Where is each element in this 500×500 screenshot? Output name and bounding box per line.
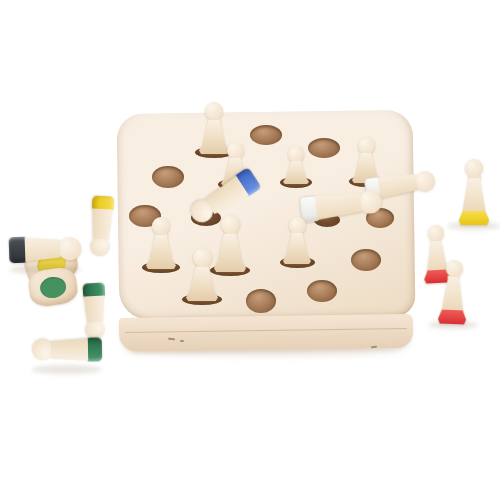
peg-shadow xyxy=(32,365,102,374)
peg-body xyxy=(315,191,363,220)
board-hole[interactable] xyxy=(351,249,381,271)
peg-body xyxy=(84,295,106,322)
memory-peg-standing-red-base[interactable] xyxy=(438,260,468,325)
memory-peg-lying-green-cap[interactable] xyxy=(83,282,108,339)
peg-body xyxy=(438,277,468,325)
peg-colored-base xyxy=(438,309,466,324)
memory-peg-standing-natural[interactable] xyxy=(186,248,218,301)
board-layer-seam xyxy=(125,328,407,333)
memory-peg-standing-natural[interactable] xyxy=(146,217,176,269)
peg-body xyxy=(51,339,88,362)
board-hole[interactable] xyxy=(307,280,337,302)
memory-peg-lying-black-cap[interactable] xyxy=(9,235,82,263)
memory-peg-standing-yellow-base[interactable] xyxy=(459,159,489,225)
memory-peg-standing-natural[interactable] xyxy=(283,217,311,264)
product-photo-stage xyxy=(0,0,500,500)
peg-head xyxy=(91,236,111,256)
peg-body xyxy=(283,233,311,264)
peg-body xyxy=(91,208,113,239)
memory-peg-lying-yellow-cap[interactable] xyxy=(89,195,114,256)
peg-body xyxy=(459,178,489,225)
peg-head xyxy=(58,236,82,260)
memory-peg-lying-green-cap[interactable] xyxy=(32,337,102,362)
board-hole[interactable] xyxy=(152,166,184,188)
peg-head xyxy=(86,319,106,339)
board-edge-mark xyxy=(371,346,377,348)
peg-body xyxy=(283,161,309,184)
memory-peg-standing-natural[interactable] xyxy=(283,146,309,184)
peg-colored-base xyxy=(459,211,489,225)
peg-body xyxy=(214,234,246,272)
peg-body xyxy=(146,235,176,269)
board-hole[interactable] xyxy=(308,138,340,158)
memory-peg-standing-natural[interactable] xyxy=(214,215,246,272)
peg-body xyxy=(25,237,61,262)
peg-head xyxy=(32,340,53,361)
board-hole[interactable] xyxy=(246,289,276,313)
peg-body xyxy=(186,267,218,301)
peg-body xyxy=(378,171,419,198)
peg-bottom-dot xyxy=(39,275,68,299)
board-hole[interactable] xyxy=(250,125,282,145)
game-board-front-edge xyxy=(119,314,413,352)
board-edge-mark xyxy=(180,340,184,342)
